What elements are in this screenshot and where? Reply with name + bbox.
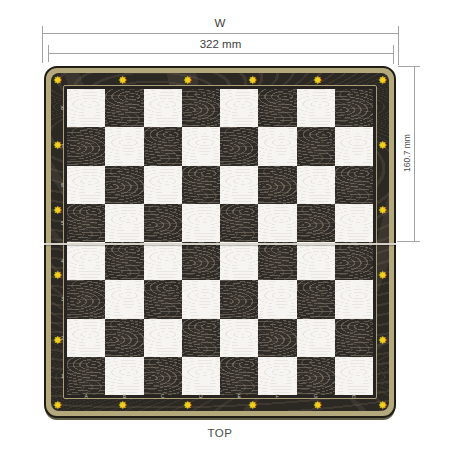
square-c3 <box>144 280 182 318</box>
square-b6 <box>105 166 143 204</box>
square-a4 <box>67 242 105 280</box>
board-inner-margin <box>63 85 377 399</box>
width-symbol-label: W <box>42 16 398 30</box>
square-a1 <box>67 357 105 395</box>
square-b2 <box>105 319 143 357</box>
board-frame <box>51 73 389 411</box>
board-grid <box>67 89 373 395</box>
dim-extension-line <box>42 26 43 63</box>
square-e2 <box>220 319 258 357</box>
square-e3 <box>220 280 258 318</box>
square-d6 <box>182 166 220 204</box>
square-d1 <box>182 357 220 395</box>
dim-line-width-w <box>42 33 398 34</box>
square-f8 <box>258 89 296 127</box>
square-a2 <box>67 319 105 357</box>
square-h5 <box>335 204 373 242</box>
square-b7 <box>105 127 143 165</box>
square-d4 <box>182 242 220 280</box>
square-h3 <box>335 280 373 318</box>
square-h1 <box>335 357 373 395</box>
square-g3 <box>297 280 335 318</box>
fold-line <box>44 243 396 245</box>
square-f2 <box>258 319 296 357</box>
square-g6 <box>297 166 335 204</box>
diagram-canvas: W 322 mm 160.7 mm 87654321 ABCDEFGH ✸✸✸✸… <box>0 0 457 457</box>
square-c8 <box>144 89 182 127</box>
square-d2 <box>182 319 220 357</box>
square-h4 <box>335 242 373 280</box>
square-g7 <box>297 127 335 165</box>
square-d8 <box>182 89 220 127</box>
square-g5 <box>297 204 335 242</box>
square-c6 <box>144 166 182 204</box>
square-b8 <box>105 89 143 127</box>
chessboard: 87654321 ABCDEFGH ✸✸✸✸✸✸✸✸✸✸✸✸✸✸✸✸✸✸✸✸ <box>44 66 396 418</box>
square-a7 <box>67 127 105 165</box>
square-a5 <box>67 204 105 242</box>
square-e5 <box>220 204 258 242</box>
square-d3 <box>182 280 220 318</box>
dim-extension-line <box>398 26 399 65</box>
square-d7 <box>182 127 220 165</box>
square-b4 <box>105 242 143 280</box>
square-f5 <box>258 204 296 242</box>
square-d5 <box>182 204 220 242</box>
square-h8 <box>335 89 373 127</box>
square-g4 <box>297 242 335 280</box>
square-g8 <box>297 89 335 127</box>
square-e8 <box>220 89 258 127</box>
orientation-label: TOP <box>44 427 396 439</box>
square-c1 <box>144 357 182 395</box>
square-a6 <box>67 166 105 204</box>
square-f3 <box>258 280 296 318</box>
dim-extension-line <box>397 241 420 242</box>
square-f1 <box>258 357 296 395</box>
square-e1 <box>220 357 258 395</box>
half-height-dimension-label: 160.7 mm <box>402 134 412 172</box>
square-e6 <box>220 166 258 204</box>
dim-extension-line <box>398 66 420 67</box>
square-b5 <box>105 204 143 242</box>
square-h2 <box>335 319 373 357</box>
width-dimension-label: 322 mm <box>48 37 393 51</box>
square-f6 <box>258 166 296 204</box>
square-g1 <box>297 357 335 395</box>
square-a3 <box>67 280 105 318</box>
dim-line-half-height <box>414 66 415 242</box>
square-c2 <box>144 319 182 357</box>
square-a8 <box>67 89 105 127</box>
square-f7 <box>258 127 296 165</box>
square-b3 <box>105 280 143 318</box>
dim-extension-line <box>393 45 394 64</box>
dim-line-width-mm <box>48 53 393 54</box>
square-c7 <box>144 127 182 165</box>
square-b1 <box>105 357 143 395</box>
square-e4 <box>220 242 258 280</box>
square-g2 <box>297 319 335 357</box>
square-c5 <box>144 204 182 242</box>
square-f4 <box>258 242 296 280</box>
square-h6 <box>335 166 373 204</box>
square-c4 <box>144 242 182 280</box>
square-h7 <box>335 127 373 165</box>
square-e7 <box>220 127 258 165</box>
